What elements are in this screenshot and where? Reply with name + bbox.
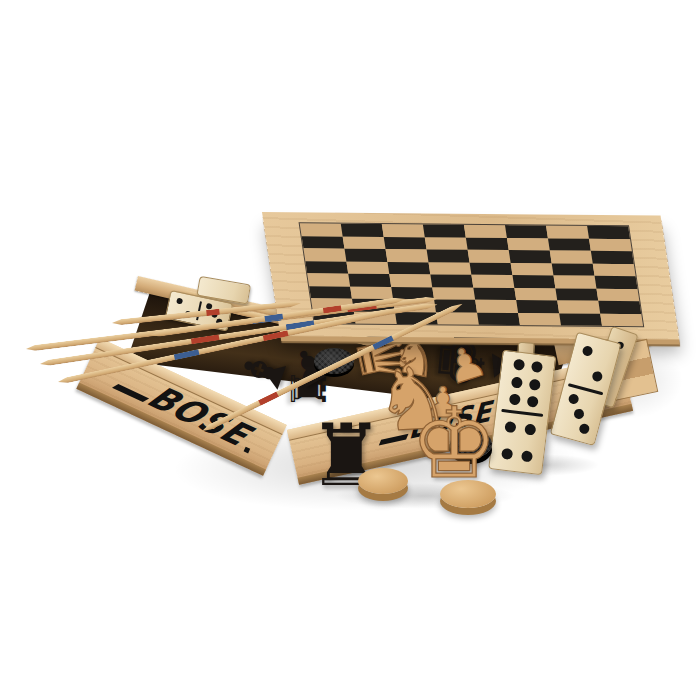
board-square: [512, 275, 555, 288]
domino-pip: [573, 408, 585, 420]
board-square: [505, 225, 548, 238]
board-square: [471, 275, 514, 288]
board-square: [600, 313, 643, 326]
board-square: [464, 225, 507, 238]
board-square: [552, 263, 595, 276]
board-square: [514, 288, 557, 301]
board-square: [555, 288, 598, 301]
domino-pip: [504, 421, 516, 433]
board-square: [591, 251, 634, 264]
board-square: [509, 250, 552, 263]
board-square: [341, 224, 384, 237]
board-square: [305, 261, 348, 274]
domino-pip: [582, 344, 594, 356]
domino-pip: [531, 361, 543, 373]
logo-mark: [243, 447, 250, 454]
board-square: [593, 263, 636, 276]
board-square: [382, 224, 425, 237]
board-square: [425, 237, 468, 250]
board-square: [384, 237, 427, 250]
board-square: [343, 236, 386, 249]
board-square: [423, 224, 466, 237]
domino-pip: [176, 297, 183, 304]
board-square: [518, 313, 561, 326]
board-square: [587, 226, 630, 239]
domino-pip: [509, 394, 521, 406]
board-square: [548, 238, 591, 251]
domino-pip: [568, 393, 580, 405]
checker-disc: [440, 480, 496, 508]
board-square: [389, 274, 432, 287]
domino-pip: [591, 371, 603, 383]
checker-disc: [358, 468, 408, 494]
board-square: [307, 273, 350, 286]
board-square: [346, 261, 389, 274]
board-square: [477, 312, 520, 325]
board-square: [302, 236, 345, 249]
chess-piece-king: ♚: [410, 394, 498, 492]
domino-pip: [206, 303, 213, 310]
board-square: [473, 287, 516, 300]
domino-pip: [529, 378, 541, 390]
domino-pip: [521, 450, 533, 462]
board-square: [427, 249, 470, 262]
domino-pip: [526, 396, 538, 408]
board-square: [595, 276, 638, 289]
board-square: [432, 287, 475, 300]
domino-half-bottom: [489, 409, 548, 474]
board-square: [468, 250, 511, 263]
board-square: [554, 275, 597, 288]
board-square: [309, 286, 352, 299]
board-square: [589, 238, 632, 251]
domino-pip: [511, 376, 523, 388]
domino-pip: [501, 448, 513, 460]
board-square: [430, 274, 473, 287]
board-square: [348, 274, 391, 287]
domino-half-top: [497, 351, 556, 416]
board-square: [550, 250, 593, 263]
board-square: [387, 262, 430, 275]
board-square: [559, 313, 602, 326]
board-square: [303, 248, 346, 261]
board-square: [511, 263, 554, 276]
board-square: [516, 300, 559, 313]
board-square: [350, 286, 393, 299]
board-square: [475, 300, 518, 313]
board-square: [428, 262, 471, 275]
board-square: [598, 301, 641, 314]
domino-pip: [524, 423, 536, 435]
board-square: [546, 225, 589, 238]
domino-pip: [513, 358, 525, 370]
domino-pip: [578, 423, 590, 435]
board-square: [470, 262, 513, 275]
board-square: [507, 238, 550, 251]
board-square: [466, 237, 509, 250]
product-photo-games-set: ♝♜♟♛♞♚♟♝ BOSE BOSE ♟♞♚♜: [0, 0, 700, 700]
board-square: [386, 249, 429, 262]
board-square: [300, 223, 343, 236]
board-square: [344, 249, 387, 262]
board-square: [596, 288, 639, 301]
board-square: [557, 300, 600, 313]
